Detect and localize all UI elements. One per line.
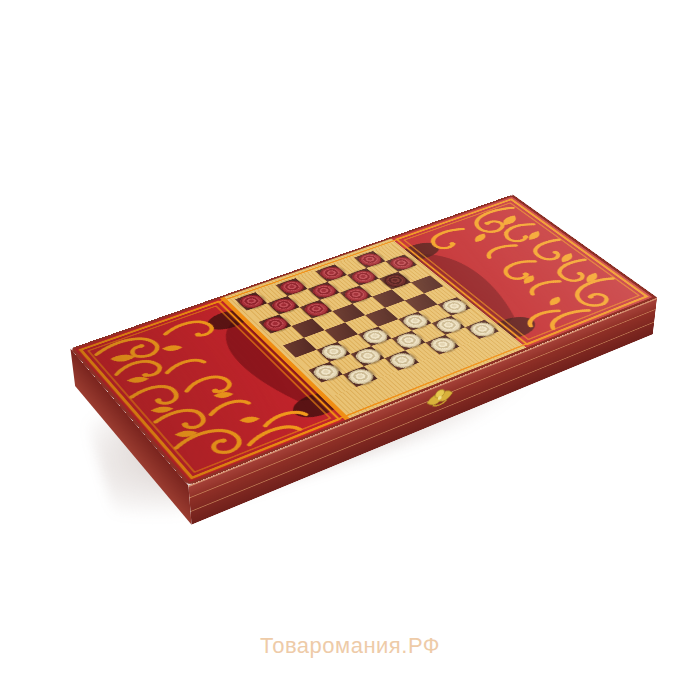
- square-c6[interactable]: [337, 334, 371, 354]
- scene: [0, 0, 700, 700]
- product-photo-stage: Товаромания.РФ: [0, 0, 700, 700]
- piece-top: [351, 347, 384, 366]
- piece-side: [426, 335, 459, 354]
- piece-contact-shadow: [380, 348, 423, 373]
- piece-contact-shadow: [421, 332, 464, 357]
- red-checker[interactable]: [386, 255, 416, 271]
- piece-contact-shadow: [338, 364, 382, 390]
- square-a7[interactable]: [308, 362, 342, 383]
- square-c7[interactable]: [351, 346, 385, 366]
- white-checker[interactable]: [438, 298, 470, 316]
- red-checker[interactable]: [276, 278, 307, 295]
- piece-side: [426, 335, 459, 354]
- white-checker[interactable]: [317, 342, 349, 361]
- piece-side: [309, 362, 342, 382]
- piece-side: [426, 335, 459, 354]
- piece-side: [309, 362, 342, 382]
- piece-side: [317, 342, 349, 361]
- piece-top: [466, 320, 498, 338]
- piece-side: [344, 367, 377, 387]
- red-checker[interactable]: [340, 286, 371, 303]
- piece-side: [351, 347, 384, 366]
- piece-contact-shadow: [346, 344, 389, 369]
- piece-side: [344, 367, 377, 387]
- piece-side: [317, 342, 349, 361]
- white-checker[interactable]: [432, 316, 464, 334]
- white-checker[interactable]: [385, 351, 418, 370]
- square-b8[interactable]: [343, 366, 378, 387]
- square-d7[interactable]: [371, 338, 405, 358]
- piece-side: [426, 335, 459, 354]
- white-checker[interactable]: [399, 312, 431, 330]
- piece-top: [359, 327, 391, 346]
- piece-side: [385, 351, 418, 370]
- checkers-box: [70, 195, 657, 486]
- white-checker[interactable]: [351, 347, 384, 366]
- piece-side: [351, 347, 384, 366]
- square-b5[interactable]: [304, 330, 338, 350]
- piece-top: [317, 342, 349, 361]
- red-checker[interactable]: [348, 268, 379, 285]
- red-checker[interactable]: [316, 265, 346, 282]
- white-checker[interactable]: [466, 320, 498, 338]
- piece-top: [344, 367, 377, 387]
- white-checker[interactable]: [344, 367, 377, 387]
- piece-contact-shadow: [387, 328, 430, 352]
- piece-top: [385, 351, 418, 370]
- white-checker[interactable]: [392, 331, 424, 350]
- piece-side: [351, 347, 384, 366]
- white-checker[interactable]: [426, 335, 459, 354]
- piece-side: [309, 362, 342, 382]
- piece-side: [344, 367, 377, 387]
- piece-side: [426, 335, 459, 354]
- square-e8[interactable]: [405, 343, 439, 363]
- red-checker[interactable]: [308, 282, 339, 299]
- piece-contact-shadow: [312, 340, 355, 365]
- square-a6[interactable]: [296, 350, 330, 370]
- square-c5[interactable]: [325, 323, 358, 342]
- white-checker[interactable]: [309, 362, 342, 382]
- piece-side: [385, 351, 418, 370]
- piece-contact-shadow: [304, 359, 347, 385]
- red-checker[interactable]: [268, 296, 299, 314]
- white-checker[interactable]: [359, 327, 391, 346]
- piece-side: [385, 351, 418, 370]
- piece-side: [309, 362, 342, 382]
- square-a5[interactable]: [283, 338, 317, 358]
- piece-top: [426, 335, 459, 354]
- red-checker[interactable]: [259, 315, 291, 333]
- piece-side: [344, 367, 377, 387]
- piece-side: [309, 362, 342, 382]
- square-c8[interactable]: [364, 358, 399, 379]
- piece-side: [351, 347, 384, 366]
- piece-side: [317, 342, 349, 361]
- watermark-text: Товаромания.РФ: [0, 633, 700, 659]
- square-f8[interactable]: [425, 335, 459, 355]
- dark-red-checker[interactable]: [380, 272, 411, 289]
- square-a8[interactable]: [322, 374, 357, 395]
- piece-side: [385, 351, 418, 370]
- red-checker[interactable]: [300, 300, 331, 318]
- piece-side: [317, 342, 349, 361]
- square-b6[interactable]: [317, 342, 351, 362]
- square-d8[interactable]: [385, 350, 419, 370]
- red-checker[interactable]: [236, 293, 267, 311]
- piece-contact-shadow: [354, 324, 396, 348]
- square-b7[interactable]: [330, 354, 364, 374]
- piece-top: [309, 362, 342, 382]
- piece-side: [344, 367, 377, 387]
- piece-top: [392, 331, 424, 350]
- piece-side: [317, 342, 349, 361]
- piece-side: [385, 351, 418, 370]
- red-checker[interactable]: [355, 251, 385, 267]
- piece-side: [351, 347, 384, 366]
